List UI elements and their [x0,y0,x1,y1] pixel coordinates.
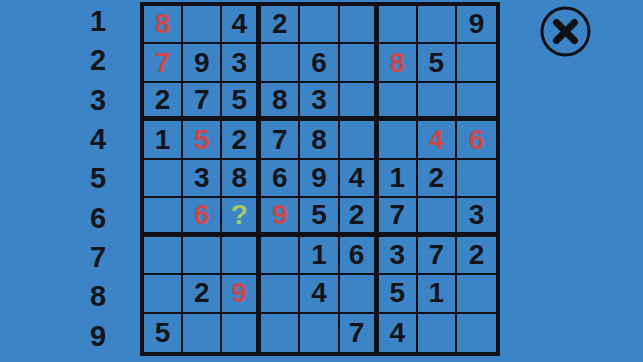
sudoku-cell-r7c7[interactable]: 3 [379,237,418,275]
sudoku-cell-r4c8[interactable]: 4 [418,121,457,159]
sudoku-cell-r9c9[interactable] [457,314,496,352]
sudoku-cell-r9c4[interactable] [261,314,300,352]
sudoku-cell-r9c7[interactable]: 4 [379,314,418,352]
sudoku-cell-r6c9[interactable]: 3 [457,198,496,236]
sudoku-cell-r2c6[interactable] [340,44,379,82]
sudoku-cell-r7c3[interactable] [222,237,261,275]
sudoku-cell-r2c8[interactable]: 5 [418,44,457,82]
sudoku-cell-r7c1[interactable] [144,237,183,275]
sudoku-cell-r1c6[interactable] [340,6,379,44]
sudoku-cell-r6c1[interactable] [144,198,183,236]
sudoku-cell-r5c6[interactable]: 4 [340,160,379,198]
sudoku-cell-r5c9[interactable] [457,160,496,198]
sudoku-cell-r5c4[interactable]: 6 [261,160,300,198]
sudoku-cell-r7c9[interactable]: 2 [457,237,496,275]
sudoku-cell-r4c5[interactable]: 8 [300,121,339,159]
row-label-column: 123456789 [74,2,122,356]
row-label-1: 1 [74,2,122,41]
sudoku-cell-r9c8[interactable] [418,314,457,352]
row-label-7: 7 [74,238,122,277]
sudoku-cell-r5c2[interactable]: 3 [183,160,222,198]
close-icon [539,5,592,58]
sudoku-cell-r8c2[interactable]: 2 [183,275,222,313]
sudoku-cell-r4c4[interactable]: 7 [261,121,300,159]
sudoku-cell-r3c8[interactable] [418,83,457,121]
sudoku-screen: 123456789 842979368527583152784638694126… [0,0,643,362]
sudoku-cell-r3c6[interactable] [340,83,379,121]
sudoku-cell-r1c2[interactable] [183,6,222,44]
sudoku-cell-r1c5[interactable] [300,6,339,44]
sudoku-cell-r1c1[interactable]: 8 [144,6,183,44]
sudoku-cell-r6c8[interactable] [418,198,457,236]
sudoku-cell-r3c2[interactable]: 7 [183,83,222,121]
sudoku-cell-r6c6[interactable]: 2 [340,198,379,236]
sudoku-cell-r4c7[interactable] [379,121,418,159]
sudoku-cell-r5c8[interactable]: 2 [418,160,457,198]
sudoku-cell-r4c9[interactable]: 6 [457,121,496,159]
sudoku-cell-r1c3[interactable]: 4 [222,6,261,44]
row-label-8: 8 [74,277,122,316]
sudoku-cell-r5c7[interactable]: 1 [379,160,418,198]
sudoku-cell-r9c6[interactable]: 7 [340,314,379,352]
sudoku-cell-r9c2[interactable] [183,314,222,352]
sudoku-cell-r5c3[interactable]: 8 [222,160,261,198]
sudoku-cell-r2c4[interactable] [261,44,300,82]
sudoku-cell-r8c7[interactable]: 5 [379,275,418,313]
sudoku-cell-r8c5[interactable]: 4 [300,275,339,313]
sudoku-cell-r5c5[interactable]: 9 [300,160,339,198]
sudoku-cell-r1c4[interactable]: 2 [261,6,300,44]
sudoku-cell-r6c4[interactable]: 9 [261,198,300,236]
row-label-2: 2 [74,41,122,80]
sudoku-cell-r1c8[interactable] [418,6,457,44]
sudoku-cell-r2c2[interactable]: 9 [183,44,222,82]
sudoku-cell-r2c3[interactable]: 3 [222,44,261,82]
sudoku-cell-r2c7[interactable]: 8 [379,44,418,82]
sudoku-cell-r6c5[interactable]: 5 [300,198,339,236]
sudoku-cell-r7c8[interactable]: 7 [418,237,457,275]
sudoku-cell-r7c5[interactable]: 1 [300,237,339,275]
sudoku-cell-r8c3[interactable]: 9 [222,275,261,313]
sudoku-cell-r8c6[interactable] [340,275,379,313]
sudoku-cell-r9c1[interactable]: 5 [144,314,183,352]
sudoku-cell-r4c6[interactable] [340,121,379,159]
sudoku-cell-r6c7[interactable]: 7 [379,198,418,236]
sudoku-cell-r3c5[interactable]: 3 [300,83,339,121]
sudoku-cell-r3c3[interactable]: 5 [222,83,261,121]
sudoku-cell-r2c1[interactable]: 7 [144,44,183,82]
sudoku-cell-r6c2[interactable]: 6 [183,198,222,236]
close-button[interactable] [539,5,592,58]
sudoku-cell-r1c7[interactable] [379,6,418,44]
sudoku-cell-r9c3[interactable] [222,314,261,352]
sudoku-cell-r3c1[interactable]: 2 [144,83,183,121]
sudoku-cell-r7c4[interactable] [261,237,300,275]
sudoku-cell-r3c4[interactable]: 8 [261,83,300,121]
sudoku-cell-r3c7[interactable] [379,83,418,121]
sudoku-cell-r3c9[interactable] [457,83,496,121]
sudoku-cell-r8c9[interactable] [457,275,496,313]
sudoku-cell-r4c3[interactable]: 2 [222,121,261,159]
sudoku-cell-r8c4[interactable] [261,275,300,313]
sudoku-cell-r1c9[interactable]: 9 [457,6,496,44]
row-label-5: 5 [74,159,122,198]
sudoku-cell-r5c1[interactable] [144,160,183,198]
sudoku-cell-r4c2[interactable]: 5 [183,121,222,159]
row-label-9: 9 [74,317,122,356]
row-label-3: 3 [74,81,122,120]
sudoku-cell-r7c6[interactable]: 6 [340,237,379,275]
sudoku-cell-r8c8[interactable]: 1 [418,275,457,313]
row-label-4: 4 [74,120,122,159]
row-label-6: 6 [74,199,122,238]
sudoku-cell-r8c1[interactable] [144,275,183,313]
sudoku-board: 842979368527583152784638694126?952731637… [140,2,500,356]
sudoku-cell-r6c3[interactable]: ? [222,198,261,236]
sudoku-cell-r9c5[interactable] [300,314,339,352]
sudoku-cell-r2c9[interactable] [457,44,496,82]
sudoku-cell-r2c5[interactable]: 6 [300,44,339,82]
sudoku-cell-r4c1[interactable]: 1 [144,121,183,159]
sudoku-cell-r7c2[interactable] [183,237,222,275]
